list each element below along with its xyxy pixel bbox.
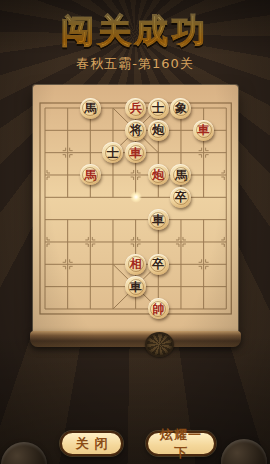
piece-black-soldier: 卒 [148, 254, 169, 275]
close-button[interactable]: 关闭 [60, 431, 123, 456]
level-subtitle: 春秋五霸-第160关 [0, 55, 270, 73]
piece-red-elephant: 相 [125, 254, 146, 275]
sparkle-effect [130, 191, 142, 203]
piece-red-soldier: 兵 [125, 98, 146, 119]
piece-black-elephant: 象 [170, 98, 191, 119]
piece-black-chariot: 車 [148, 209, 169, 230]
show-off-button[interactable]: 炫耀一下 [146, 431, 216, 456]
page-title: 闯关成功 [0, 9, 270, 54]
board-base [30, 331, 241, 347]
board-ornament [145, 332, 174, 357]
piece-black-advisor: 士 [148, 98, 169, 119]
piece-black-general: 将 [125, 120, 146, 141]
piece-red-chariot: 車 [193, 120, 214, 141]
piece-black-cannon: 炮 [148, 120, 169, 141]
piece-black-horse: 馬 [80, 98, 101, 119]
victory-screen: 闯关成功 春秋五霸-第160关 馬兵士象将炮車士車馬炮馬卒車相卒車帥 关闭 炫耀… [0, 0, 270, 464]
xiangqi-board: 馬兵士象将炮車士車馬炮馬卒車相卒車帥 [33, 85, 238, 331]
